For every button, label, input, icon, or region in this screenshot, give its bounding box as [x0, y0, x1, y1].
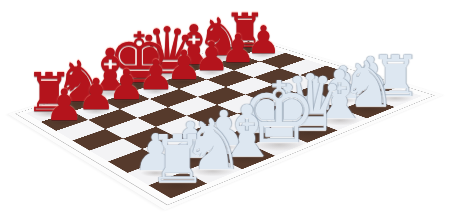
chess-pieces-layer: ♜♟♞♟♝♟♛♟♚♟♟♝♜♟♟♞♞♟♟♜♝♟♟♛♟♚♟♝♟♞♟♜: [0, 0, 450, 222]
clear-rook-piece: ♜: [148, 127, 207, 193]
red-pawn-piece: ♟: [45, 83, 84, 126]
chess-set-photo: ♜♟♞♟♝♟♛♟♚♟♟♝♜♟♟♞♞♟♟♜♝♟♟♛♟♚♟♝♟♞♟♜: [0, 0, 450, 222]
